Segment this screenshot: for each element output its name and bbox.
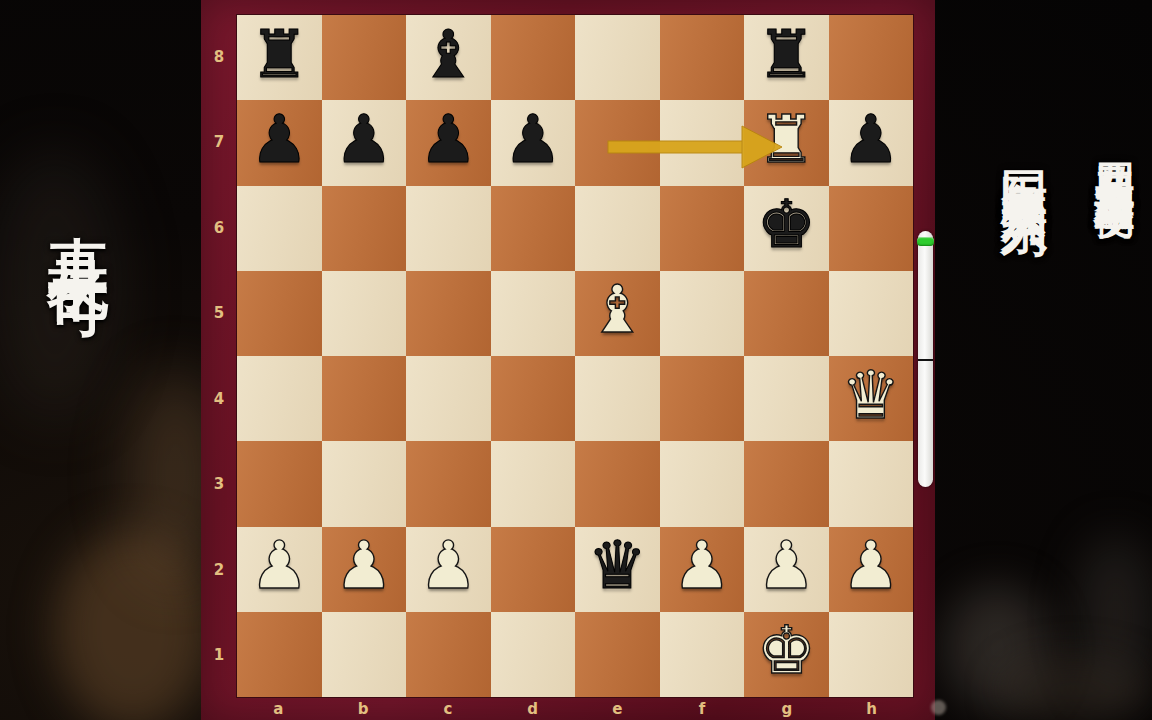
square-g7[interactable]: ♜ — [744, 100, 829, 185]
square-c6[interactable] — [406, 186, 491, 271]
file-label-a: a — [236, 699, 321, 719]
file-label-g: g — [745, 699, 830, 719]
square-g2[interactable]: ♟ — [744, 527, 829, 612]
square-f4[interactable] — [660, 356, 745, 441]
square-c3[interactable] — [406, 441, 491, 526]
square-f8[interactable] — [660, 15, 745, 100]
square-b8[interactable] — [322, 15, 407, 100]
square-f3[interactable] — [660, 441, 745, 526]
black-rook[interactable]: ♜ — [250, 22, 309, 88]
square-h7[interactable]: ♟ — [829, 100, 914, 185]
rank-label-1: 1 — [203, 613, 235, 699]
square-g5[interactable] — [744, 271, 829, 356]
square-b7[interactable]: ♟ — [322, 100, 407, 185]
rank-label-7: 7 — [203, 100, 235, 186]
square-a8[interactable]: ♜ — [237, 15, 322, 100]
square-f5[interactable] — [660, 271, 745, 356]
square-a6[interactable] — [237, 186, 322, 271]
white-pawn[interactable]: ♟ — [334, 533, 393, 599]
white-pawn[interactable]: ♟ — [250, 533, 309, 599]
square-e5[interactable]: ♝ — [575, 271, 660, 356]
white-pawn[interactable]: ♟ — [841, 533, 900, 599]
caption-channel: 直隶亿可 — [38, 188, 119, 252]
square-g6[interactable]: ♚ — [744, 186, 829, 271]
background-blur — [1078, 535, 1152, 700]
square-c2[interactable]: ♟ — [406, 527, 491, 612]
square-d7[interactable]: ♟ — [491, 100, 576, 185]
square-b3[interactable] — [322, 441, 407, 526]
black-pawn[interactable]: ♟ — [419, 107, 478, 173]
black-pawn[interactable]: ♟ — [841, 107, 900, 173]
file-label-f: f — [660, 699, 745, 719]
black-rook[interactable]: ♜ — [757, 22, 816, 88]
file-label-b: b — [321, 699, 406, 719]
black-pawn[interactable]: ♟ — [503, 107, 562, 173]
black-bishop[interactable]: ♝ — [419, 22, 478, 88]
square-a3[interactable] — [237, 441, 322, 526]
square-a2[interactable]: ♟ — [237, 527, 322, 612]
black-pawn[interactable]: ♟ — [250, 107, 309, 173]
square-c5[interactable] — [406, 271, 491, 356]
background-dot — [931, 700, 946, 715]
square-f7[interactable] — [660, 100, 745, 185]
square-b2[interactable]: ♟ — [322, 527, 407, 612]
file-label-h: h — [829, 699, 914, 719]
square-d1[interactable] — [491, 612, 576, 697]
square-c4[interactable] — [406, 356, 491, 441]
black-king[interactable]: ♚ — [757, 192, 816, 258]
square-d4[interactable] — [491, 356, 576, 441]
eval-marker[interactable] — [917, 237, 934, 246]
white-pawn[interactable]: ♟ — [419, 533, 478, 599]
rank-label-8: 8 — [203, 14, 235, 100]
square-h3[interactable] — [829, 441, 914, 526]
black-queen[interactable]: ♛ — [588, 533, 647, 599]
eval-slider[interactable] — [918, 231, 933, 487]
square-a1[interactable] — [237, 612, 322, 697]
caption-episode: 四马开局鲁宾斯坦变例二 — [1088, 132, 1143, 176]
square-f1[interactable] — [660, 612, 745, 697]
file-label-d: d — [490, 699, 575, 719]
square-h6[interactable] — [829, 186, 914, 271]
rank-label-3: 3 — [203, 442, 235, 528]
square-e3[interactable] — [575, 441, 660, 526]
caption-series: 国际象棋开局系列 — [994, 134, 1056, 182]
square-g8[interactable]: ♜ — [744, 15, 829, 100]
white-pawn[interactable]: ♟ — [672, 533, 731, 599]
square-e2[interactable]: ♛ — [575, 527, 660, 612]
background-blur — [1000, 655, 1150, 720]
rank-label-5: 5 — [203, 271, 235, 357]
square-e6[interactable] — [575, 186, 660, 271]
square-f2[interactable]: ♟ — [660, 527, 745, 612]
white-bishop[interactable]: ♝ — [588, 277, 647, 343]
square-d5[interactable] — [491, 271, 576, 356]
background-blur — [55, 530, 210, 720]
square-b6[interactable] — [322, 186, 407, 271]
square-b4[interactable] — [322, 356, 407, 441]
square-h1[interactable] — [829, 612, 914, 697]
square-g3[interactable] — [744, 441, 829, 526]
square-g1[interactable]: ♚ — [744, 612, 829, 697]
square-d2[interactable] — [491, 527, 576, 612]
video-frame: 87654321 ♜♝♜♟♟♟♟♜♟♚♝♛♟♟♟♛♟♟♟♚ abcdefgh 直… — [0, 0, 1152, 720]
file-label-c: c — [406, 699, 491, 719]
square-d6[interactable] — [491, 186, 576, 271]
background-blur — [945, 585, 1050, 710]
rank-label-2: 2 — [203, 527, 235, 613]
square-a7[interactable]: ♟ — [237, 100, 322, 185]
white-pawn[interactable]: ♟ — [757, 533, 816, 599]
eval-midline — [918, 359, 933, 361]
square-e7[interactable] — [575, 100, 660, 185]
square-b1[interactable] — [322, 612, 407, 697]
rank-labels: 87654321 — [203, 14, 235, 698]
square-h5[interactable] — [829, 271, 914, 356]
file-label-e: e — [575, 699, 660, 719]
square-e8[interactable] — [575, 15, 660, 100]
white-rook[interactable]: ♜ — [757, 107, 816, 173]
square-h4[interactable]: ♛ — [829, 356, 914, 441]
rank-label-4: 4 — [203, 356, 235, 442]
rank-label-6: 6 — [203, 185, 235, 271]
black-pawn[interactable]: ♟ — [334, 107, 393, 173]
file-labels: abcdefgh — [236, 699, 914, 719]
square-c8[interactable]: ♝ — [406, 15, 491, 100]
square-d3[interactable] — [491, 441, 576, 526]
white-king[interactable]: ♚ — [757, 618, 816, 684]
square-c7[interactable]: ♟ — [406, 100, 491, 185]
square-h2[interactable]: ♟ — [829, 527, 914, 612]
square-e1[interactable] — [575, 612, 660, 697]
white-queen[interactable]: ♛ — [841, 363, 900, 429]
square-a5[interactable] — [237, 271, 322, 356]
square-c1[interactable] — [406, 612, 491, 697]
square-d8[interactable] — [491, 15, 576, 100]
square-b5[interactable] — [322, 271, 407, 356]
square-g4[interactable] — [744, 356, 829, 441]
chess-board: ♜♝♜♟♟♟♟♜♟♚♝♛♟♟♟♛♟♟♟♚ — [236, 14, 914, 698]
square-e4[interactable] — [575, 356, 660, 441]
square-a4[interactable] — [237, 356, 322, 441]
square-f6[interactable] — [660, 186, 745, 271]
square-h8[interactable] — [829, 15, 914, 100]
